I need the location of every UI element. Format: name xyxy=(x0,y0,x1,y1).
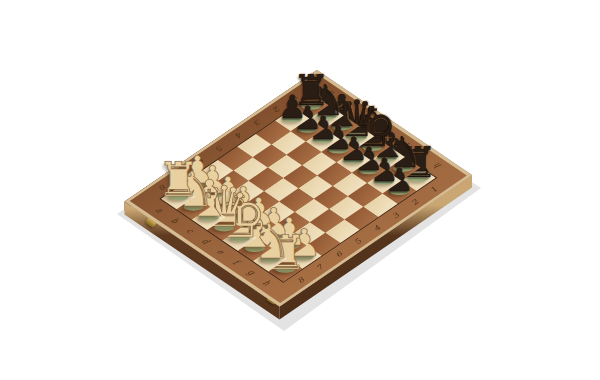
square-a1[interactable]: ♜ xyxy=(161,186,195,209)
rank-label-right-3: 3 xyxy=(390,211,402,219)
chess-board: ♜♞♝♛♚♝♞♜♟♟♟♟♟♟♟♟♟♟♟♟♟♟♟♟♜♞♝♛♚♝♞♜ aa11bb2… xyxy=(125,70,472,307)
rank-label-left-5: 5 xyxy=(214,144,226,152)
board-grid: ♜♞♝♛♚♝♞♜♟♟♟♟♟♟♟♟♟♟♟♟♟♟♟♟♜♞♝♛♚♝♞♜ xyxy=(161,95,435,282)
chess-set-photo: ♜♞♝♛♚♝♞♜♟♟♟♟♟♟♟♟♟♟♟♟♟♟♟♟♜♞♝♛♚♝♞♜ aa11bb2… xyxy=(0,0,600,380)
rank-label-right-4: 4 xyxy=(371,224,383,232)
rank-label-right-5: 5 xyxy=(352,237,364,245)
white-rook-a1[interactable]: ♜ xyxy=(157,155,200,203)
rank-label-right-6: 6 xyxy=(333,250,345,258)
file-label-near-f: f xyxy=(230,258,241,266)
rank-label-left-3: 3 xyxy=(252,118,264,126)
rank-label-left-4: 4 xyxy=(233,131,245,139)
rank-label-right-2: 2 xyxy=(409,198,421,206)
black-pawn-a7[interactable]: ♟ xyxy=(278,91,307,123)
